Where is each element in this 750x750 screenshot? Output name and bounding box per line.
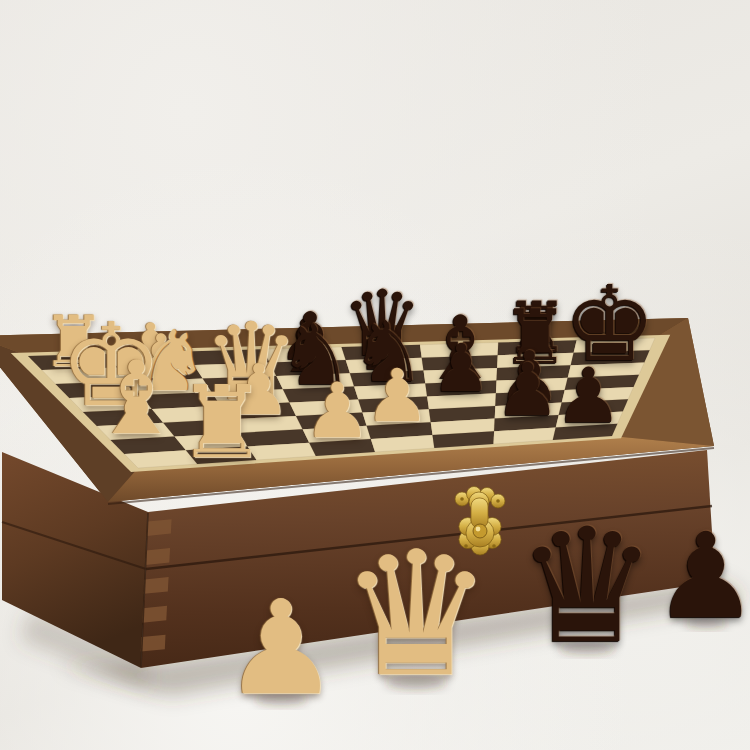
- front-piece-shadow: [558, 642, 616, 654]
- front-piece-shadow: [684, 618, 728, 628]
- square-a2: [106, 352, 193, 368]
- front-piece-shadow: [385, 675, 447, 689]
- front-piece-shadow: [254, 693, 308, 705]
- board-and-box-graphic: [0, 0, 750, 750]
- chess-set-photo-scene: ♜♟♟♞♚♛♟♝♟♟♜♟♛♜♝♟♜♚♞♞♝♟♟♟♟♟♛♛♟: [0, 0, 750, 750]
- brass-latch: [455, 487, 505, 555]
- square-a1: [28, 354, 118, 370]
